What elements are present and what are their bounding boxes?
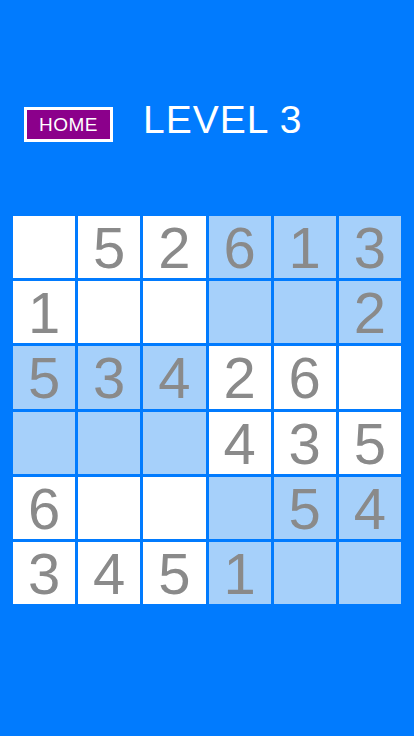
cell-r6c4[interactable]: 1 xyxy=(209,542,271,604)
cell-r3c4[interactable]: 2 xyxy=(209,346,271,408)
cell-r2c3[interactable] xyxy=(143,281,205,343)
cell-r1c6[interactable]: 3 xyxy=(339,216,401,278)
cell-r5c3[interactable] xyxy=(143,477,205,539)
home-button[interactable]: HOME xyxy=(24,107,113,142)
cell-r1c4[interactable]: 6 xyxy=(209,216,271,278)
cell-r4c4[interactable]: 4 xyxy=(209,412,271,474)
cell-r6c1[interactable]: 3 xyxy=(13,542,75,604)
cell-r3c6[interactable] xyxy=(339,346,401,408)
cell-r2c5[interactable] xyxy=(274,281,336,343)
cell-r2c4[interactable] xyxy=(209,281,271,343)
cell-r1c1[interactable] xyxy=(13,216,75,278)
sudoku-board: 5261312534264356543451 xyxy=(13,216,401,604)
cell-r6c2[interactable]: 4 xyxy=(78,542,140,604)
level-title: LEVEL 3 xyxy=(143,100,303,139)
cell-r3c3[interactable]: 4 xyxy=(143,346,205,408)
cell-r5c5[interactable]: 5 xyxy=(274,477,336,539)
cell-r6c5[interactable] xyxy=(274,542,336,604)
cell-r3c1[interactable]: 5 xyxy=(13,346,75,408)
cell-r1c5[interactable]: 1 xyxy=(274,216,336,278)
cell-r2c6[interactable]: 2 xyxy=(339,281,401,343)
cell-r5c6[interactable]: 4 xyxy=(339,477,401,539)
cell-r1c3[interactable]: 2 xyxy=(143,216,205,278)
cell-r4c2[interactable] xyxy=(78,412,140,474)
cell-r5c1[interactable]: 6 xyxy=(13,477,75,539)
cell-r4c5[interactable]: 3 xyxy=(274,412,336,474)
cell-r1c2[interactable]: 5 xyxy=(78,216,140,278)
cell-r2c2[interactable] xyxy=(78,281,140,343)
cell-r3c5[interactable]: 6 xyxy=(274,346,336,408)
cell-r4c1[interactable] xyxy=(13,412,75,474)
cell-r5c2[interactable] xyxy=(78,477,140,539)
cell-r5c4[interactable] xyxy=(209,477,271,539)
cell-r4c3[interactable] xyxy=(143,412,205,474)
cell-r2c1[interactable]: 1 xyxy=(13,281,75,343)
cell-r6c6[interactable] xyxy=(339,542,401,604)
cell-r3c2[interactable]: 3 xyxy=(78,346,140,408)
game-screen: HOME LEVEL 3 5261312534264356543451 xyxy=(0,0,414,736)
cell-r4c6[interactable]: 5 xyxy=(339,412,401,474)
cell-r6c3[interactable]: 5 xyxy=(143,542,205,604)
